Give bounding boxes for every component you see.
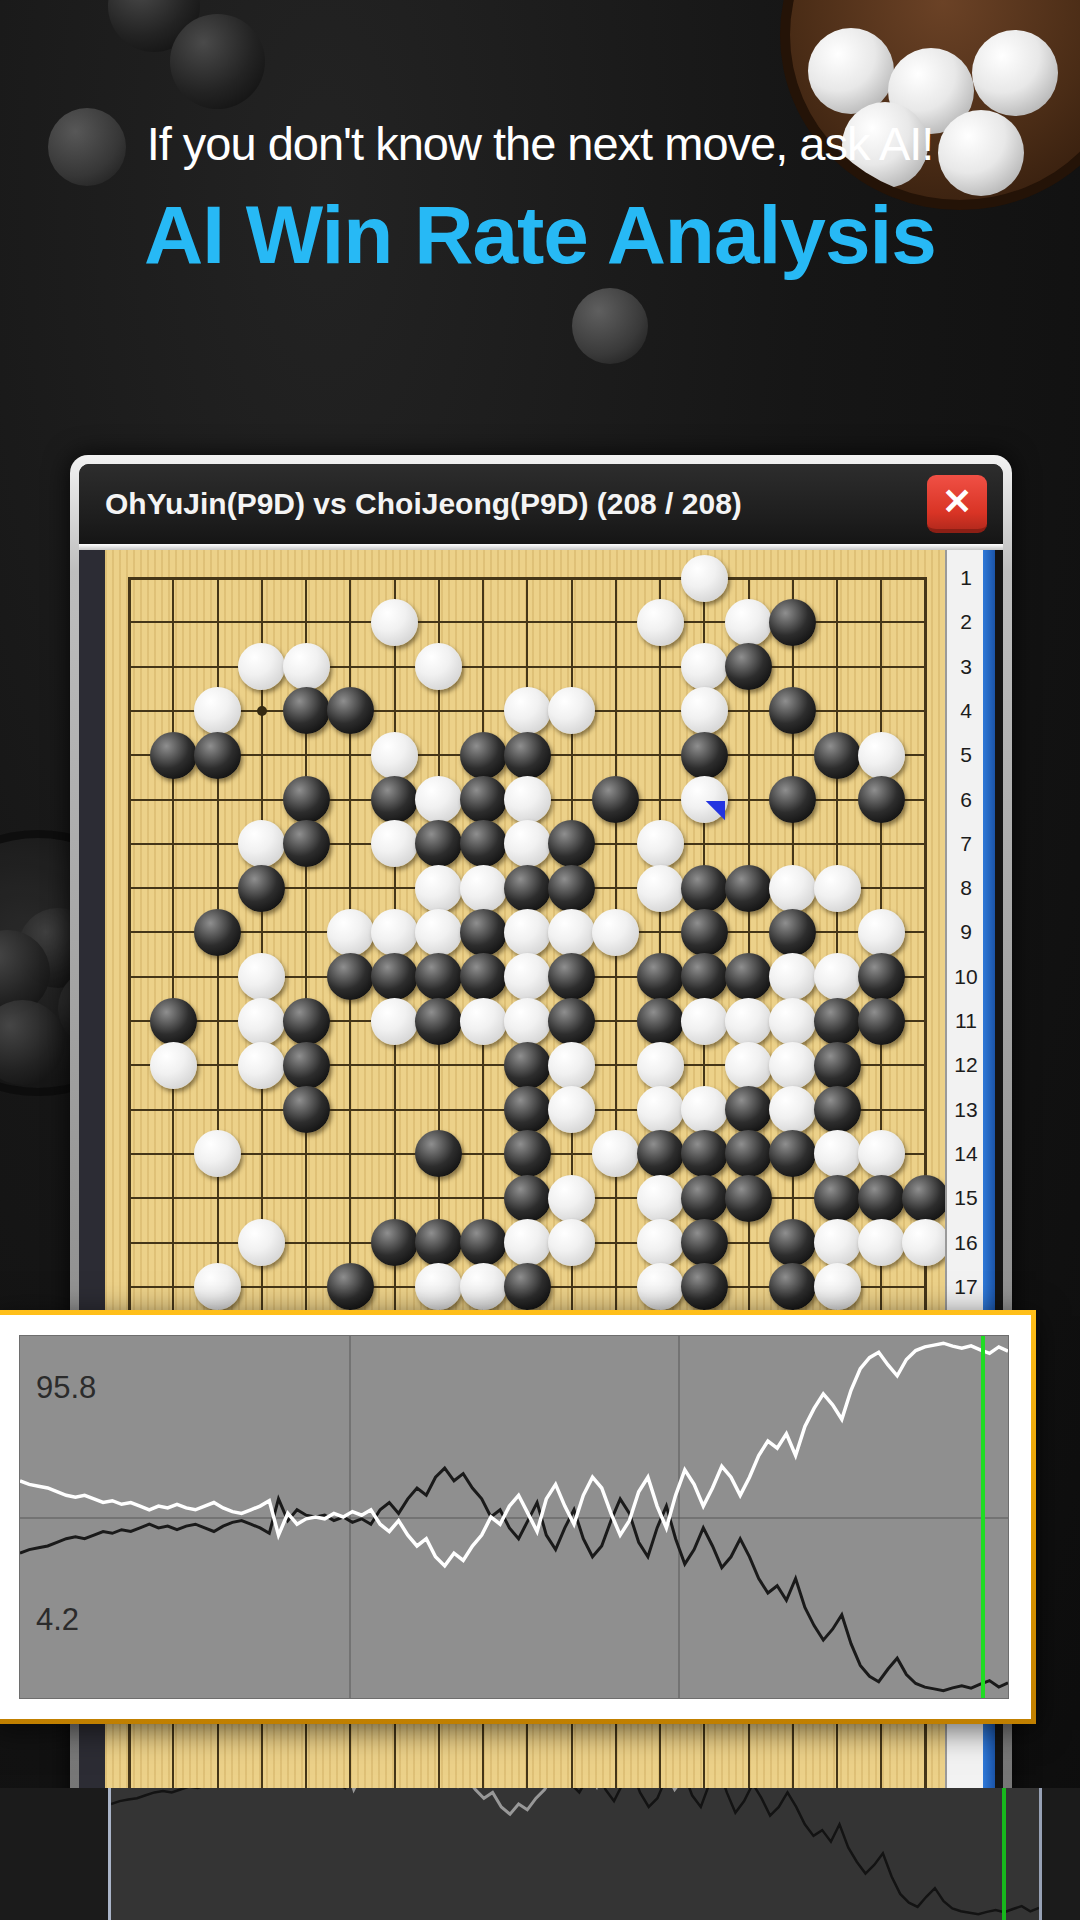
- stone-black[interactable]: [902, 1175, 949, 1222]
- stone-white[interactable]: [637, 1219, 684, 1266]
- stone-white[interactable]: [238, 998, 285, 1045]
- tagline: If you don't know the next move, ask AI!: [0, 116, 1080, 171]
- stone-black[interactable]: [725, 1130, 772, 1177]
- stone-white[interactable]: [681, 643, 728, 690]
- stone-white[interactable]: [769, 1086, 816, 1133]
- stone-black[interactable]: [415, 1130, 462, 1177]
- stone-black[interactable]: [681, 1263, 728, 1310]
- stone-black[interactable]: [637, 953, 684, 1000]
- stone-black[interactable]: [637, 998, 684, 1045]
- decor-gray-stone: [572, 288, 648, 364]
- stone-white[interactable]: [769, 1042, 816, 1089]
- stone-black[interactable]: [858, 953, 905, 1000]
- stone-black[interactable]: [814, 1042, 861, 1089]
- stone-black[interactable]: [769, 909, 816, 956]
- row-label: 6: [947, 786, 985, 814]
- stone-black[interactable]: [327, 687, 374, 734]
- stone-white[interactable]: [548, 687, 595, 734]
- stone-white[interactable]: [548, 909, 595, 956]
- stone-black[interactable]: [681, 1219, 728, 1266]
- stone-black[interactable]: [637, 1130, 684, 1177]
- stone-white[interactable]: [194, 1130, 241, 1177]
- stone-black[interactable]: [371, 1219, 418, 1266]
- stone-black[interactable]: [681, 1130, 728, 1177]
- stone-white[interactable]: [548, 1175, 595, 1222]
- star-point: [257, 706, 267, 716]
- stone-white[interactable]: [902, 1219, 949, 1266]
- stone-white[interactable]: [637, 1175, 684, 1222]
- stone-black[interactable]: [592, 776, 639, 823]
- stone-black[interactable]: [769, 1263, 816, 1310]
- stone-white[interactable]: [681, 687, 728, 734]
- stone-white[interactable]: [504, 909, 551, 956]
- row-label: 11: [947, 1007, 985, 1035]
- stone-white[interactable]: [814, 953, 861, 1000]
- stone-black[interactable]: [460, 820, 507, 867]
- winrate-chart-card: 95.8 4.2: [0, 1310, 1036, 1724]
- stone-black[interactable]: [460, 953, 507, 1000]
- stone-black[interactable]: [769, 1219, 816, 1266]
- stone-black[interactable]: [371, 953, 418, 1000]
- stone-white[interactable]: [238, 1042, 285, 1089]
- stone-white[interactable]: [548, 1086, 595, 1133]
- stone-white[interactable]: [238, 820, 285, 867]
- stone-white[interactable]: [460, 865, 507, 912]
- stone-white[interactable]: [814, 865, 861, 912]
- stone-white[interactable]: [371, 820, 418, 867]
- stone-black[interactable]: [504, 732, 551, 779]
- stone-black[interactable]: [415, 998, 462, 1045]
- stone-white[interactable]: [637, 1086, 684, 1133]
- stone-black[interactable]: [415, 820, 462, 867]
- stone-white[interactable]: [814, 1219, 861, 1266]
- stone-black[interactable]: [548, 953, 595, 1000]
- stone-white[interactable]: [637, 820, 684, 867]
- stone-white[interactable]: [592, 909, 639, 956]
- stone-white[interactable]: [637, 599, 684, 646]
- stone-black[interactable]: [504, 1086, 551, 1133]
- stone-white[interactable]: [637, 1042, 684, 1089]
- background-chart-plot: [108, 1788, 1042, 1920]
- stone-white[interactable]: [194, 687, 241, 734]
- stone-black[interactable]: [415, 1219, 462, 1266]
- stone-black[interactable]: [548, 865, 595, 912]
- stone-white[interactable]: [238, 1219, 285, 1266]
- stone-black[interactable]: [681, 865, 728, 912]
- stone-black[interactable]: [283, 1042, 330, 1089]
- stone-white[interactable]: [769, 998, 816, 1045]
- stone-white[interactable]: [415, 909, 462, 956]
- stone-black[interactable]: [283, 820, 330, 867]
- window-titlebar: OhYuJin(P9D) vs ChoiJeong(P9D) (208 / 20…: [79, 464, 1003, 544]
- stone-black[interactable]: [548, 820, 595, 867]
- stone-black[interactable]: [814, 998, 861, 1045]
- stone-black[interactable]: [504, 865, 551, 912]
- stone-white[interactable]: [681, 1086, 728, 1133]
- stone-white[interactable]: [769, 953, 816, 1000]
- stone-white[interactable]: [371, 998, 418, 1045]
- stone-black[interactable]: [814, 1175, 861, 1222]
- stone-white[interactable]: [681, 555, 728, 602]
- row-label: 8: [947, 874, 985, 902]
- stone-black[interactable]: [460, 776, 507, 823]
- winrate-plot: 95.8 4.2: [19, 1335, 1009, 1699]
- stone-black[interactable]: [371, 776, 418, 823]
- stone-white[interactable]: [548, 1042, 595, 1089]
- stone-white[interactable]: [415, 643, 462, 690]
- stone-black[interactable]: [725, 643, 772, 690]
- stone-black[interactable]: [681, 909, 728, 956]
- stone-black[interactable]: [504, 1263, 551, 1310]
- row-label: 16: [947, 1229, 985, 1257]
- window-title: OhYuJin(P9D) vs ChoiJeong(P9D) (208 / 20…: [79, 487, 742, 521]
- stone-black[interactable]: [283, 1086, 330, 1133]
- stone-white[interactable]: [150, 1042, 197, 1089]
- stone-black[interactable]: [460, 909, 507, 956]
- stone-black[interactable]: [681, 1175, 728, 1222]
- stone-black[interactable]: [283, 687, 330, 734]
- stone-black[interactable]: [238, 865, 285, 912]
- row-label: 3: [947, 653, 985, 681]
- stone-white[interactable]: [415, 1263, 462, 1310]
- stone-white[interactable]: [371, 732, 418, 779]
- stone-white[interactable]: [504, 776, 551, 823]
- stone-black[interactable]: [460, 1219, 507, 1266]
- stone-black[interactable]: [150, 998, 197, 1045]
- stone-white[interactable]: [858, 1130, 905, 1177]
- stone-white[interactable]: [460, 998, 507, 1045]
- stone-white[interactable]: [637, 865, 684, 912]
- background-chart-strip: [0, 1788, 1080, 1920]
- stone-white[interactable]: [194, 1263, 241, 1310]
- stone-white[interactable]: [637, 1263, 684, 1310]
- row-label: 10: [947, 963, 985, 991]
- white-stone-bowl: [780, 0, 1080, 210]
- stone-white[interactable]: [858, 732, 905, 779]
- stone-white[interactable]: [858, 909, 905, 956]
- stone-black[interactable]: [460, 732, 507, 779]
- stone-white[interactable]: [592, 1130, 639, 1177]
- stone-black[interactable]: [504, 1042, 551, 1089]
- grid-line: [128, 577, 928, 580]
- stone-black[interactable]: [150, 732, 197, 779]
- row-label: 17: [947, 1273, 985, 1301]
- stone-black[interactable]: [194, 732, 241, 779]
- stone-white[interactable]: [415, 776, 462, 823]
- stone-black[interactable]: [681, 953, 728, 1000]
- stone-white[interactable]: [725, 998, 772, 1045]
- stone-white[interactable]: [504, 998, 551, 1045]
- stone-black[interactable]: [725, 865, 772, 912]
- stone-white[interactable]: [681, 998, 728, 1045]
- row-label: 12: [947, 1051, 985, 1079]
- stone-black[interactable]: [681, 732, 728, 779]
- stone-black[interactable]: [548, 998, 595, 1045]
- stone-black[interactable]: [283, 998, 330, 1045]
- stone-black[interactable]: [769, 776, 816, 823]
- row-label: 9: [947, 918, 985, 946]
- stone-white[interactable]: [548, 1219, 595, 1266]
- stone-white[interactable]: [283, 643, 330, 690]
- stone-white[interactable]: [504, 820, 551, 867]
- stone-white[interactable]: [725, 599, 772, 646]
- stone-white[interactable]: [504, 1219, 551, 1266]
- row-label: 1: [947, 564, 985, 592]
- stone-black[interactable]: [725, 953, 772, 1000]
- decor-black-stone: [170, 14, 265, 109]
- stone-white[interactable]: [858, 1219, 905, 1266]
- close-button[interactable]: ✕: [927, 475, 987, 533]
- stone-black[interactable]: [769, 1130, 816, 1177]
- stone-black[interactable]: [814, 732, 861, 779]
- current-move-marker-line: [1002, 1788, 1006, 1920]
- row-label: 15: [947, 1184, 985, 1212]
- row-label: 7: [947, 830, 985, 858]
- stone-black[interactable]: [504, 1175, 551, 1222]
- page-title: AI Win Rate Analysis: [0, 188, 1080, 282]
- stone-black[interactable]: [327, 1263, 374, 1310]
- stone-white[interactable]: [238, 953, 285, 1000]
- screen: If you don't know the next move, ask AI!…: [0, 0, 1080, 1920]
- stone-white[interactable]: [371, 909, 418, 956]
- stone-black[interactable]: [725, 1086, 772, 1133]
- stone-black[interactable]: [725, 1175, 772, 1222]
- stone-white[interactable]: [371, 599, 418, 646]
- stone-black[interactable]: [769, 599, 816, 646]
- row-label: 13: [947, 1096, 985, 1124]
- row-label: 4: [947, 697, 985, 725]
- stone-black[interactable]: [769, 687, 816, 734]
- stone-black[interactable]: [814, 1086, 861, 1133]
- stone-white[interactable]: [814, 1130, 861, 1177]
- stone-white[interactable]: [504, 953, 551, 1000]
- stone-black[interactable]: [194, 909, 241, 956]
- row-label: 14: [947, 1140, 985, 1168]
- stone-white[interactable]: [415, 865, 462, 912]
- stone-black[interactable]: [858, 1175, 905, 1222]
- stone-white[interactable]: [238, 643, 285, 690]
- stone-black[interactable]: [415, 953, 462, 1000]
- stone-black[interactable]: [504, 1130, 551, 1177]
- stone-white[interactable]: [769, 865, 816, 912]
- current-move-marker-line: [981, 1336, 985, 1698]
- stone-white[interactable]: [460, 1263, 507, 1310]
- stone-white[interactable]: [504, 687, 551, 734]
- stone-black[interactable]: [327, 953, 374, 1000]
- close-icon: ✕: [942, 481, 972, 523]
- stone-white[interactable]: [814, 1263, 861, 1310]
- row-label: 2: [947, 608, 985, 636]
- row-label: 5: [947, 741, 985, 769]
- stone-white[interactable]: [327, 909, 374, 956]
- stone-black[interactable]: [858, 998, 905, 1045]
- stone-white[interactable]: [725, 1042, 772, 1089]
- stone-black[interactable]: [283, 776, 330, 823]
- stone-black[interactable]: [858, 776, 905, 823]
